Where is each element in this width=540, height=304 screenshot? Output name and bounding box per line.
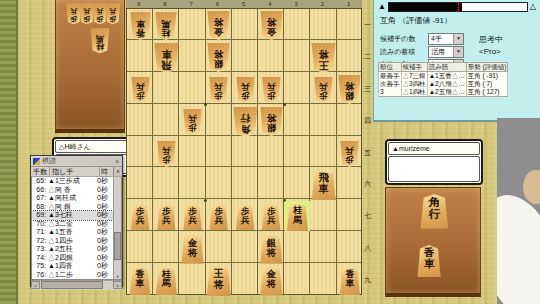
kifu-hscroll-thumb[interactable]: [41, 281, 103, 289]
engine-name: <Pro>: [479, 47, 501, 56]
avatar-face: [523, 170, 540, 204]
gote-歩兵[interactable]: 歩兵: [66, 3, 82, 24]
kifu-title-bar[interactable]: 棋譜 ×: [31, 156, 122, 167]
sente-komadai-tray[interactable]: 角行香車: [385, 187, 481, 297]
kifu-move-row[interactable]: 65:▲1三歩成0秒: [32, 177, 121, 186]
gote-銀将[interactable]: 銀将: [260, 107, 283, 136]
control-reading-accum: 読みの蓄積 活用 ▼: [380, 46, 464, 58]
gote-飛車[interactable]: 飛車: [154, 43, 179, 73]
kifu-window-icon: [33, 158, 40, 165]
gote-歩兵[interactable]: 歩兵: [131, 77, 150, 103]
sente-歩兵[interactable]: 歩兵: [131, 204, 150, 230]
gote-歩兵[interactable]: 歩兵: [209, 77, 228, 103]
tatami-edge: [0, 0, 18, 304]
kifu-scroll-down-icon[interactable]: ∨: [114, 273, 121, 279]
kifu-move-row[interactable]: 76:△1二歩0秒: [32, 271, 121, 280]
sente-王将[interactable]: 王将: [206, 266, 231, 296]
kifu-move-row[interactable]: 70:△3二金0秒: [32, 220, 121, 229]
gote-歩兵[interactable]: 歩兵: [314, 77, 333, 103]
sente-plate-empty-box: [388, 156, 480, 182]
kifu-move-list[interactable]: 65:▲1三歩成0秒66:△同 香0秒67:▲同桂成0秒68:△同 銀0秒69:…: [31, 177, 122, 280]
gote-金将[interactable]: 金将: [207, 11, 230, 40]
gote-桂馬[interactable]: 桂馬: [90, 28, 110, 53]
sente-香車[interactable]: 香車: [417, 245, 441, 277]
sente-歩兵[interactable]: 歩兵: [262, 204, 281, 230]
candidate-row[interactable]: 3△1四桂▲2五飛△…互角 ( 127): [379, 88, 508, 97]
gote-角行[interactable]: 角行: [233, 107, 258, 137]
sente-銀将[interactable]: 銀将: [260, 235, 283, 264]
reading-accum-label: 読みの蓄積: [380, 47, 428, 57]
gote-mark: △: [530, 2, 536, 12]
kifu-col-time: 時間: [99, 167, 113, 176]
kifu-move-row[interactable]: 74:△2四銀0秒: [32, 254, 121, 263]
kifu-move-row[interactable]: 73:▲2五桂0秒: [32, 245, 121, 254]
star-point: [204, 103, 207, 106]
kifu-vscroll-thumb[interactable]: [114, 232, 121, 260]
gote-歩兵[interactable]: 歩兵: [340, 141, 359, 167]
candidate-row[interactable]: 最善手△7三銀▲1五香△…互角 ( -91): [379, 72, 508, 81]
kifu-column-headers: 手数 指し手 時間 ∧: [31, 167, 122, 177]
avatar-photo: [497, 118, 540, 304]
candidate-count-label: 候補手の数: [380, 34, 428, 44]
gote-player-name: △H崎さん: [55, 140, 129, 153]
gote-銀将[interactable]: 銀将: [207, 43, 230, 72]
sente-name-plate: ▲murizeme: [385, 139, 483, 185]
candidate-row[interactable]: 次善手△3四桂▲2八飛△…互角 ( 7): [379, 80, 508, 88]
shogi-app-window: 歩兵歩兵歩兵歩兵桂馬 △H崎さん 987654321 一二三四五六七八九 香車桂…: [0, 0, 540, 304]
kifu-scroll-left-icon[interactable]: <: [31, 281, 40, 289]
sente-金将[interactable]: 金将: [260, 267, 283, 296]
sente-歩兵[interactable]: 歩兵: [236, 204, 255, 230]
eval-bar-center-marker: [458, 2, 459, 12]
kifu-vertical-scrollbar[interactable]: ∨: [113, 177, 121, 279]
kifu-window-title: 棋譜: [42, 156, 114, 166]
sente-歩兵[interactable]: 歩兵: [209, 204, 228, 230]
eval-bar-black-fill: [389, 3, 462, 11]
sente-player-name: ▲murizeme: [388, 142, 480, 155]
kifu-scroll-up-icon[interactable]: ∧: [113, 167, 122, 176]
gote-歩兵[interactable]: 歩兵: [183, 109, 202, 135]
kifu-move-row[interactable]: 71:▲1五香0秒: [32, 228, 121, 237]
gote-香車[interactable]: 香車: [130, 12, 151, 40]
eval-bar-track: [388, 2, 528, 12]
thinking-status: 思考中: [479, 34, 503, 45]
candidate-moves-table: 順位候補手読み筋形勢 (評価値) 最善手△7三銀▲1五香△…互角 ( -91)次…: [378, 62, 508, 97]
star-point: [283, 103, 286, 106]
gote-歩兵[interactable]: 歩兵: [79, 3, 95, 24]
kifu-window: 棋譜 × 手数 指し手 時間 ∧ 65:▲1三歩成0秒66:△同 香0秒67:▲…: [30, 155, 123, 287]
kifu-horizontal-scrollbar[interactable]: < >: [31, 280, 122, 290]
sente-香車[interactable]: 香車: [130, 267, 151, 295]
kifu-move-row[interactable]: 68:△同 銀0秒: [32, 203, 121, 212]
sente-角行[interactable]: 角行: [420, 194, 449, 229]
shogi-board[interactable]: 香車桂馬金将金将飛車銀将王将歩兵歩兵歩兵歩兵歩兵銀将歩兵角行銀将歩兵歩兵飛車歩兵…: [126, 8, 362, 295]
gote-komadai-tray[interactable]: 歩兵歩兵歩兵歩兵桂馬: [55, 0, 125, 133]
chevron-down-icon[interactable]: ▼: [453, 34, 463, 44]
candidate-count-select[interactable]: 4手 ▼: [428, 33, 464, 45]
reading-accum-select[interactable]: 活用 ▼: [428, 46, 464, 58]
gote-歩兵[interactable]: 歩兵: [262, 77, 281, 103]
sente-mark: ▲: [378, 2, 386, 12]
sente-金将[interactable]: 金将: [181, 235, 204, 264]
kifu-scroll-right-icon[interactable]: >: [113, 281, 122, 289]
gote-歩兵[interactable]: 歩兵: [105, 3, 121, 24]
kifu-col-moveno: 手数: [31, 167, 49, 176]
kifu-move-row[interactable]: 69:▲3七桂0秒: [32, 211, 121, 220]
gote-銀将[interactable]: 銀将: [338, 75, 361, 104]
sente-歩兵[interactable]: 歩兵: [183, 204, 202, 230]
gote-桂馬[interactable]: 桂馬: [155, 12, 177, 40]
kifu-move-row[interactable]: 75:▲1四香0秒: [32, 262, 121, 271]
gote-金将[interactable]: 金将: [260, 11, 283, 40]
kifu-close-icon[interactable]: ×: [114, 158, 120, 165]
judgement-text: 互角 （評価値 -91）: [380, 15, 452, 26]
kifu-move-row[interactable]: 67:▲同桂成0秒: [32, 194, 121, 203]
sente-桂馬[interactable]: 桂馬: [155, 267, 177, 295]
kifu-move-row[interactable]: 72:△1四歩0秒: [32, 237, 121, 246]
control-candidate-count: 候補手の数 4手 ▼: [380, 33, 464, 45]
star-point: [204, 199, 207, 202]
kifu-move-row[interactable]: 66:△同 香0秒: [32, 186, 121, 195]
kifu-col-move: 指し手: [49, 167, 99, 176]
evaluation-bar: ▲ △: [378, 2, 536, 12]
gote-歩兵[interactable]: 歩兵: [236, 77, 255, 103]
sente-飛車[interactable]: 飛車: [311, 170, 336, 200]
chevron-down-icon[interactable]: ▼: [453, 47, 463, 57]
gote-歩兵[interactable]: 歩兵: [92, 3, 108, 24]
gote-王将[interactable]: 王将: [311, 43, 336, 73]
gote-歩兵[interactable]: 歩兵: [157, 141, 176, 167]
sente-香車[interactable]: 香車: [339, 267, 360, 295]
engine-analysis-panel: ▲ △ 互角 （評価値 -91） 候補手の数 4手 ▼ 読みの蓄積 活用 ▼ 定…: [373, 0, 540, 122]
sente-歩兵[interactable]: 歩兵: [157, 204, 176, 230]
sente-桂馬[interactable]: 桂馬: [286, 203, 308, 231]
